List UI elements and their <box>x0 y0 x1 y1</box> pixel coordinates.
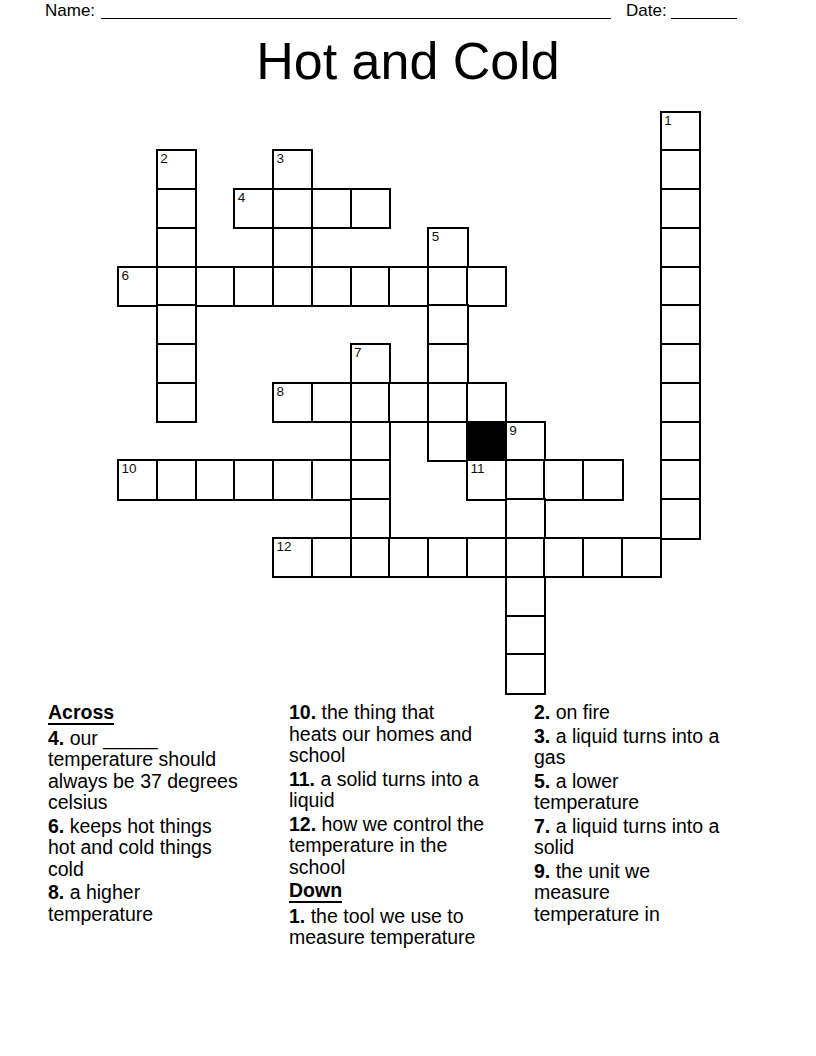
grid-cell[interactable]: 3 <box>272 149 313 190</box>
clue-across-12: 12. how we control the temperature in th… <box>289 814 485 879</box>
clues-column-2: 10. the thing that heats our homes and s… <box>289 702 485 951</box>
grid-clue-number: 3 <box>277 151 285 166</box>
grid-cell[interactable] <box>311 459 352 500</box>
grid-cell[interactable] <box>388 537 429 578</box>
grid-cell[interactable] <box>350 537 391 578</box>
grid-cell[interactable] <box>350 266 391 307</box>
clue-number: 12. <box>289 813 316 835</box>
grid-cell[interactable] <box>505 537 546 578</box>
grid-cell[interactable]: 6 <box>117 266 158 307</box>
name-blank-line[interactable] <box>101 0 611 19</box>
grid-cell[interactable] <box>272 188 313 229</box>
grid-cell[interactable] <box>427 343 468 384</box>
grid-clue-number: 4 <box>238 190 246 205</box>
grid-clue-number: 7 <box>354 345 362 360</box>
clue-number: 3. <box>534 725 550 747</box>
grid-cell[interactable] <box>156 459 197 500</box>
grid-clue-number: 11 <box>470 461 484 476</box>
grid-cell[interactable]: 12 <box>272 537 313 578</box>
grid-cell[interactable] <box>660 188 701 229</box>
clue-number: 2. <box>534 701 550 723</box>
grid-cell[interactable] <box>505 459 546 500</box>
clue-number: 11. <box>289 768 315 790</box>
clue-down-3: 3. a liquid turns into a gas <box>534 726 720 769</box>
grid-cell[interactable] <box>466 266 507 307</box>
clue-down-1: 1. the tool we use to measure temperatur… <box>289 906 485 949</box>
date-blank-line[interactable] <box>671 0 737 19</box>
grid-cell[interactable] <box>233 459 274 500</box>
grid-cell[interactable] <box>233 266 274 307</box>
clue-number: 4. <box>48 727 64 749</box>
name-label: Name: <box>45 1 95 20</box>
black-cell <box>466 421 507 462</box>
grid-clue-number: 1 <box>664 113 672 128</box>
clue-down-9: 9. the unit we measure temperature in <box>534 861 720 926</box>
grid-cell[interactable] <box>311 537 352 578</box>
grid-cell[interactable] <box>427 382 468 423</box>
clue-number: 9. <box>534 860 550 882</box>
grid-cell[interactable] <box>272 227 313 268</box>
grid-cell[interactable] <box>660 266 701 307</box>
crossword-worksheet: Name: Date: Hot and Cold 123456789101112… <box>0 0 816 1056</box>
clue-number: 10. <box>289 701 316 723</box>
grid-cell[interactable] <box>505 498 546 539</box>
grid-cell[interactable]: 8 <box>272 382 313 423</box>
grid-cell[interactable] <box>350 188 391 229</box>
grid-cell[interactable] <box>311 382 352 423</box>
grid-cell[interactable] <box>350 421 391 462</box>
puzzle-title: Hot and Cold <box>0 33 816 90</box>
clue-number: 6. <box>48 815 64 837</box>
grid-cell[interactable] <box>505 653 546 694</box>
grid-cell[interactable]: 11 <box>466 459 507 500</box>
grid-cell[interactable] <box>582 459 623 500</box>
grid-cell[interactable] <box>505 576 546 617</box>
clue-across-6: 6. keeps hot things hot and cold things … <box>48 816 241 881</box>
grid-cell[interactable] <box>156 382 197 423</box>
grid-cell[interactable] <box>543 537 584 578</box>
grid-cell[interactable] <box>427 421 468 462</box>
grid-cell[interactable]: 1 <box>660 111 701 152</box>
grid-cell[interactable] <box>195 459 236 500</box>
grid-cell[interactable] <box>427 304 468 345</box>
clue-across-4: 4. our _____ temperature should always b… <box>48 728 241 814</box>
grid-cell[interactable] <box>350 382 391 423</box>
grid-cell[interactable] <box>660 227 701 268</box>
clue-across-11: 11. a solid turns into a liquid <box>289 769 485 812</box>
clue-down-5: 5. a lower temperature <box>534 771 720 814</box>
grid-clue-number: 5 <box>432 229 440 244</box>
clue-across-8: 8. a higher temperature <box>48 882 241 925</box>
clue-number: 1. <box>289 905 305 927</box>
grid-cell[interactable] <box>350 459 391 500</box>
grid-cell[interactable] <box>388 266 429 307</box>
grid-cell[interactable] <box>660 459 701 500</box>
grid-cell[interactable] <box>311 188 352 229</box>
grid-cell[interactable] <box>156 227 197 268</box>
grid-cell[interactable] <box>582 537 623 578</box>
grid-cell[interactable] <box>156 304 197 345</box>
clues-column-1: Across4. our _____ temperature should al… <box>48 702 241 927</box>
grid-cell[interactable]: 10 <box>117 459 158 500</box>
grid-cell[interactable] <box>427 537 468 578</box>
grid-cell[interactable] <box>311 266 352 307</box>
grid-cell[interactable] <box>388 382 429 423</box>
grid-cell[interactable]: 7 <box>350 343 391 384</box>
grid-cell[interactable] <box>660 421 701 462</box>
clues-column-3: 2. on fire3. a liquid turns into a gas5.… <box>534 702 720 927</box>
grid-cell[interactable] <box>156 266 197 307</box>
grid-cell[interactable] <box>466 382 507 423</box>
clue-number: 8. <box>48 881 64 903</box>
down-heading: Down <box>289 880 485 902</box>
grid-cell[interactable] <box>660 498 701 539</box>
grid-cell[interactable] <box>505 615 546 656</box>
grid-clue-number: 9 <box>509 423 517 438</box>
grid-cell[interactable] <box>272 459 313 500</box>
grid-cell[interactable] <box>660 382 701 423</box>
grid-cell[interactable] <box>660 343 701 384</box>
across-heading: Across <box>48 702 241 724</box>
clue-down-2: 2. on fire <box>534 702 720 724</box>
grid-cell[interactable] <box>195 266 236 307</box>
grid-clue-number: 12 <box>277 539 292 554</box>
grid-cell[interactable] <box>427 266 468 307</box>
grid-cell[interactable] <box>543 459 584 500</box>
clue-number: 7. <box>534 815 550 837</box>
date-label: Date: <box>626 1 667 20</box>
grid-clue-number: 2 <box>160 151 168 166</box>
grid-clue-number: 8 <box>277 384 285 399</box>
grid-cell[interactable] <box>660 304 701 345</box>
grid-cell[interactable] <box>660 149 701 190</box>
grid-cell[interactable] <box>350 498 391 539</box>
grid-cell[interactable]: 2 <box>156 149 197 190</box>
grid-cell[interactable] <box>466 537 507 578</box>
grid-cell[interactable] <box>621 537 662 578</box>
grid-clue-number: 10 <box>122 461 137 476</box>
grid-cell[interactable]: 5 <box>427 227 468 268</box>
grid-cell[interactable] <box>156 188 197 229</box>
clue-down-7: 7. a liquid turns into a solid <box>534 816 720 859</box>
grid-clue-number: 6 <box>122 268 130 283</box>
clue-across-10: 10. the thing that heats our homes and s… <box>289 702 485 767</box>
grid-cell[interactable]: 9 <box>505 421 546 462</box>
grid-cell[interactable]: 4 <box>233 188 274 229</box>
grid-cell[interactable] <box>156 343 197 384</box>
clue-number: 5. <box>534 770 550 792</box>
grid-cell[interactable] <box>272 266 313 307</box>
